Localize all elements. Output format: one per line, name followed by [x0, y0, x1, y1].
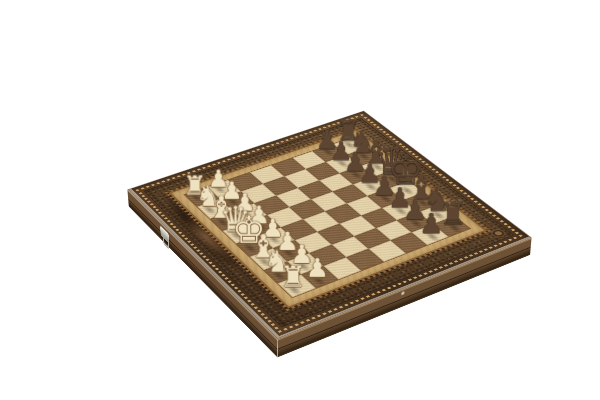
black-pawn-glyph: ♟: [409, 210, 454, 238]
chess-box: ♜♞♝♛♚♝♞♜♟♟♟♟♟♟♟♟♟♟♟♟♟♟♟♟♜♞♝♛♚♝♞♜: [127, 111, 531, 340]
product-photo: ♜♞♝♛♚♝♞♜♟♟♟♟♟♟♟♟♟♟♟♟♟♟♟♟♜♞♝♛♚♝♞♜: [0, 0, 600, 400]
box-top-face: ♜♞♝♛♚♝♞♜♟♟♟♟♟♟♟♟♟♟♟♟♟♟♟♟♜♞♝♛♚♝♞♜: [127, 111, 531, 340]
white-rook-glyph: ♜: [269, 262, 316, 291]
scene-3d: ♜♞♝♛♚♝♞♜♟♟♟♟♟♟♟♟♟♟♟♟♟♟♟♟♜♞♝♛♚♝♞♜: [0, 0, 600, 400]
clasp-hook-icon: [163, 235, 170, 250]
hinge-pin: [401, 291, 405, 296]
